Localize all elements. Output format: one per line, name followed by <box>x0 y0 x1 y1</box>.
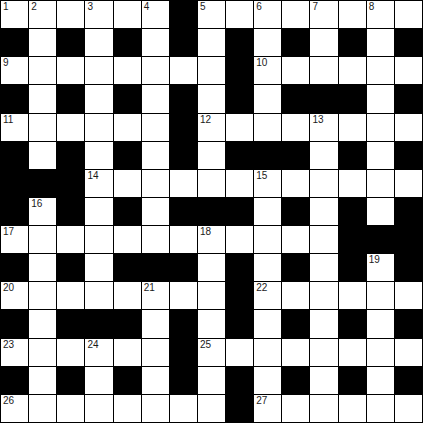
blocked-cell-r1c8 <box>226 29 253 56</box>
entry-cell-r2c9[interactable]: 10 <box>254 57 281 84</box>
entry-cell-r1c1[interactable] <box>29 29 56 56</box>
clue-number-27: 27 <box>256 395 267 407</box>
entry-cell-r4c8[interactable] <box>226 114 253 141</box>
clue-number-15: 15 <box>256 170 267 182</box>
blocked-cell-r7c14 <box>395 198 422 225</box>
entry-cell-r14c7[interactable] <box>198 395 225 422</box>
blocked-cell-r11c8 <box>226 310 253 337</box>
blocked-cell-r11c2 <box>57 310 84 337</box>
blocked-cell-r9c0 <box>1 254 28 281</box>
entry-cell-r11c1[interactable] <box>29 310 56 337</box>
entry-cell-r14c12[interactable] <box>339 395 366 422</box>
entry-cell-r7c11[interactable] <box>310 198 337 225</box>
entry-cell-r7c3[interactable] <box>85 198 112 225</box>
entry-cell-r0c2[interactable] <box>57 1 84 28</box>
blocked-cell-r1c10 <box>282 29 309 56</box>
blocked-cell-r1c4 <box>114 29 141 56</box>
entry-cell-r14c10[interactable] <box>282 395 309 422</box>
entry-cell-r8c4[interactable] <box>114 226 141 253</box>
blocked-cell-r13c8 <box>226 367 253 394</box>
blocked-cell-r3c0 <box>1 85 28 112</box>
entry-cell-r14c5[interactable] <box>142 395 169 422</box>
entry-cell-r6c11[interactable] <box>310 170 337 197</box>
entry-cell-r5c3[interactable] <box>85 142 112 169</box>
blocked-cell-r13c10 <box>282 367 309 394</box>
entry-cell-r12c12[interactable] <box>339 339 366 366</box>
blocked-cell-r9c5 <box>142 254 169 281</box>
entry-cell-r14c4[interactable] <box>114 395 141 422</box>
entry-cell-r4c1[interactable] <box>29 114 56 141</box>
entry-cell-r12c7[interactable]: 25 <box>198 339 225 366</box>
entry-cell-r0c10[interactable] <box>282 1 309 28</box>
entry-cell-r2c13[interactable] <box>367 57 394 84</box>
crossword-board: 1234567891011121314151617181920212223242… <box>0 0 423 423</box>
entry-cell-r12c0[interactable]: 23 <box>1 339 28 366</box>
entry-cell-r0c11[interactable]: 7 <box>310 1 337 28</box>
entry-cell-r6c9[interactable]: 15 <box>254 170 281 197</box>
entry-cell-r4c13[interactable] <box>367 114 394 141</box>
clue-number-1: 1 <box>3 1 9 13</box>
blocked-cell-r9c4 <box>114 254 141 281</box>
clue-number-9: 9 <box>3 57 9 69</box>
entry-cell-r4c4[interactable] <box>114 114 141 141</box>
entry-cell-r13c13[interactable] <box>367 367 394 394</box>
blocked-cell-r5c4 <box>114 142 141 169</box>
blocked-cell-r13c14 <box>395 367 422 394</box>
entry-cell-r0c13[interactable]: 8 <box>367 1 394 28</box>
entry-cell-r12c13[interactable] <box>367 339 394 366</box>
entry-cell-r1c11[interactable] <box>310 29 337 56</box>
blocked-cell-r13c12 <box>339 367 366 394</box>
clue-number-3: 3 <box>87 1 93 13</box>
entry-cell-r12c11[interactable] <box>310 339 337 366</box>
entry-cell-r8c10[interactable] <box>282 226 309 253</box>
entry-cell-r4c10[interactable] <box>282 114 309 141</box>
clue-number-11: 11 <box>3 114 13 126</box>
entry-cell-r14c0[interactable]: 26 <box>1 395 28 422</box>
clue-number-26: 26 <box>3 395 14 407</box>
entry-cell-r14c1[interactable] <box>29 395 56 422</box>
entry-cell-r14c13[interactable] <box>367 395 394 422</box>
blocked-cell-r3c8 <box>226 85 253 112</box>
entry-cell-r13c5[interactable] <box>142 367 169 394</box>
blocked-cell-r11c14 <box>395 310 422 337</box>
entry-cell-r12c1[interactable] <box>29 339 56 366</box>
entry-cell-r5c11[interactable] <box>310 142 337 169</box>
entry-cell-r3c9[interactable] <box>254 85 281 112</box>
clue-number-20: 20 <box>3 282 14 294</box>
entry-cell-r1c13[interactable] <box>367 29 394 56</box>
entry-cell-r8c1[interactable] <box>29 226 56 253</box>
entry-cell-r10c1[interactable] <box>29 282 56 309</box>
blocked-cell-r13c0 <box>1 367 28 394</box>
blocked-cell-r7c8 <box>226 198 253 225</box>
entry-cell-r3c13[interactable] <box>367 85 394 112</box>
entry-cell-r12c10[interactable] <box>282 339 309 366</box>
entry-cell-r6c7[interactable] <box>198 170 225 197</box>
clue-number-24: 24 <box>87 339 98 351</box>
entry-cell-r7c9[interactable] <box>254 198 281 225</box>
clue-number-8: 8 <box>369 1 375 13</box>
blocked-cell-r1c0 <box>1 29 28 56</box>
blocked-cell-r4c6 <box>170 114 197 141</box>
entry-cell-r3c1[interactable] <box>29 85 56 112</box>
entry-cell-r13c1[interactable] <box>29 367 56 394</box>
entry-cell-r13c11[interactable] <box>310 367 337 394</box>
clue-number-13: 13 <box>312 114 323 126</box>
entry-cell-r10c12[interactable] <box>339 282 366 309</box>
entry-cell-r8c11[interactable] <box>310 226 337 253</box>
entry-cell-r10c7[interactable] <box>198 282 225 309</box>
blocked-cell-r3c12 <box>339 85 366 112</box>
blocked-cell-r3c6 <box>170 85 197 112</box>
blocked-cell-r7c10 <box>282 198 309 225</box>
entry-cell-r8c8[interactable] <box>226 226 253 253</box>
blocked-cell-r9c8 <box>226 254 253 281</box>
entry-cell-r0c5[interactable]: 4 <box>142 1 169 28</box>
entry-cell-r11c11[interactable] <box>310 310 337 337</box>
entry-cell-r14c14[interactable] <box>395 395 422 422</box>
blocked-cell-r9c6 <box>170 254 197 281</box>
blocked-cell-r8c13 <box>367 226 394 253</box>
entry-cell-r7c13[interactable] <box>367 198 394 225</box>
entry-cell-r4c11[interactable]: 13 <box>310 114 337 141</box>
entry-cell-r4c7[interactable]: 12 <box>198 114 225 141</box>
entry-cell-r2c5[interactable] <box>142 57 169 84</box>
entry-cell-r11c5[interactable] <box>142 310 169 337</box>
entry-cell-r2c12[interactable] <box>339 57 366 84</box>
clue-number-7: 7 <box>312 1 318 13</box>
blocked-cell-r5c8 <box>226 142 253 169</box>
entry-cell-r11c13[interactable] <box>367 310 394 337</box>
entry-cell-r2c2[interactable] <box>57 57 84 84</box>
blocked-cell-r11c3 <box>85 310 112 337</box>
blocked-cell-r5c9 <box>254 142 281 169</box>
blocked-cell-r9c12 <box>339 254 366 281</box>
entry-cell-r1c9[interactable] <box>254 29 281 56</box>
blocked-cell-r11c6 <box>170 310 197 337</box>
entry-cell-r10c10[interactable] <box>282 282 309 309</box>
entry-cell-r10c2[interactable] <box>57 282 84 309</box>
blocked-cell-r7c4 <box>114 198 141 225</box>
entry-cell-r7c5[interactable] <box>142 198 169 225</box>
entry-cell-r5c7[interactable] <box>198 142 225 169</box>
clue-number-14: 14 <box>87 170 98 182</box>
clue-number-6: 6 <box>256 1 262 13</box>
blocked-cell-r5c2 <box>57 142 84 169</box>
entry-cell-r2c1[interactable] <box>29 57 56 84</box>
entry-cell-r9c1[interactable] <box>29 254 56 281</box>
entry-cell-r10c14[interactable] <box>395 282 422 309</box>
entry-cell-r2c0[interactable]: 9 <box>1 57 28 84</box>
blocked-cell-r6c2 <box>57 170 84 197</box>
blocked-cell-r13c6 <box>170 367 197 394</box>
clue-number-23: 23 <box>3 339 14 351</box>
entry-cell-r1c3[interactable] <box>85 29 112 56</box>
clue-number-16: 16 <box>31 198 42 210</box>
blocked-cell-r12c6 <box>170 339 197 366</box>
blocked-cell-r11c12 <box>339 310 366 337</box>
blocked-cell-r7c7 <box>198 198 225 225</box>
entry-cell-r9c11[interactable] <box>310 254 337 281</box>
entry-cell-r6c5[interactable] <box>142 170 169 197</box>
entry-cell-r14c3[interactable] <box>85 395 112 422</box>
entry-cell-r8c3[interactable] <box>85 226 112 253</box>
entry-cell-r9c9[interactable] <box>254 254 281 281</box>
entry-cell-r6c14[interactable] <box>395 170 422 197</box>
entry-cell-r6c12[interactable] <box>339 170 366 197</box>
blocked-cell-r10c8 <box>226 282 253 309</box>
clue-number-25: 25 <box>200 339 211 351</box>
entry-cell-r1c5[interactable] <box>142 29 169 56</box>
entry-cell-r6c13[interactable] <box>367 170 394 197</box>
entry-cell-r13c9[interactable] <box>254 367 281 394</box>
entry-cell-r0c8[interactable] <box>226 1 253 28</box>
entry-cell-r9c3[interactable] <box>85 254 112 281</box>
entry-cell-r0c12[interactable] <box>339 1 366 28</box>
entry-cell-r12c2[interactable] <box>57 339 84 366</box>
entry-cell-r2c6[interactable] <box>170 57 197 84</box>
entry-cell-r8c0[interactable]: 17 <box>1 226 28 253</box>
blocked-cell-r3c4 <box>114 85 141 112</box>
entry-cell-r4c0[interactable]: 11 <box>1 114 28 141</box>
blocked-cell-r7c12 <box>339 198 366 225</box>
entry-cell-r12c8[interactable] <box>226 339 253 366</box>
entry-cell-r3c7[interactable] <box>198 85 225 112</box>
blocked-cell-r6c1 <box>29 170 56 197</box>
entry-cell-r12c3[interactable]: 24 <box>85 339 112 366</box>
clue-number-18: 18 <box>200 226 211 238</box>
entry-cell-r3c3[interactable] <box>85 85 112 112</box>
entry-cell-r0c3[interactable]: 3 <box>85 1 112 28</box>
entry-cell-r10c13[interactable] <box>367 282 394 309</box>
entry-cell-r2c11[interactable] <box>310 57 337 84</box>
clue-number-22: 22 <box>256 282 267 294</box>
clue-number-5: 5 <box>200 1 206 13</box>
blocked-cell-r13c4 <box>114 367 141 394</box>
blocked-cell-r11c4 <box>114 310 141 337</box>
entry-cell-r0c1[interactable]: 2 <box>29 1 56 28</box>
clue-number-17: 17 <box>3 226 14 238</box>
entry-cell-r4c3[interactable] <box>85 114 112 141</box>
blocked-cell-r1c6 <box>170 29 197 56</box>
entry-cell-r0c0[interactable]: 1 <box>1 1 28 28</box>
blocked-cell-r5c10 <box>282 142 309 169</box>
entry-cell-r14c9[interactable]: 27 <box>254 395 281 422</box>
entry-cell-r10c0[interactable]: 20 <box>1 282 28 309</box>
blocked-cell-r1c14 <box>395 29 422 56</box>
blocked-cell-r6c0 <box>1 170 28 197</box>
entry-cell-r10c4[interactable] <box>114 282 141 309</box>
entry-cell-r5c13[interactable] <box>367 142 394 169</box>
entry-cell-r5c1[interactable] <box>29 142 56 169</box>
entry-cell-r8c6[interactable] <box>170 226 197 253</box>
entry-cell-r2c10[interactable] <box>282 57 309 84</box>
blocked-cell-r3c10 <box>282 85 309 112</box>
entry-cell-r4c14[interactable] <box>395 114 422 141</box>
blocked-cell-r3c11 <box>310 85 337 112</box>
entry-cell-r2c3[interactable] <box>85 57 112 84</box>
entry-cell-r10c9[interactable]: 22 <box>254 282 281 309</box>
blocked-cell-r9c14 <box>395 254 422 281</box>
entry-cell-r12c4[interactable] <box>114 339 141 366</box>
entry-cell-r9c13[interactable]: 19 <box>367 254 394 281</box>
entry-cell-r0c9[interactable]: 6 <box>254 1 281 28</box>
entry-cell-r13c7[interactable] <box>198 367 225 394</box>
blocked-cell-r2c8 <box>226 57 253 84</box>
blocked-cell-r1c12 <box>339 29 366 56</box>
entry-cell-r10c5[interactable]: 21 <box>142 282 169 309</box>
entry-cell-r8c2[interactable] <box>57 226 84 253</box>
entry-cell-r10c3[interactable] <box>85 282 112 309</box>
entry-cell-r0c14[interactable] <box>395 1 422 28</box>
blocked-cell-r11c0 <box>1 310 28 337</box>
entry-cell-r2c4[interactable] <box>114 57 141 84</box>
entry-cell-r12c5[interactable] <box>142 339 169 366</box>
entry-cell-r4c12[interactable] <box>339 114 366 141</box>
blocked-cell-r13c2 <box>57 367 84 394</box>
blocked-cell-r9c10 <box>282 254 309 281</box>
clue-number-21: 21 <box>144 282 155 294</box>
clue-number-12: 12 <box>200 114 211 126</box>
blocked-cell-r5c12 <box>339 142 366 169</box>
entry-cell-r1c7[interactable] <box>198 29 225 56</box>
entry-cell-r14c11[interactable] <box>310 395 337 422</box>
entry-cell-r2c7[interactable] <box>198 57 225 84</box>
entry-cell-r7c1[interactable]: 16 <box>29 198 56 225</box>
entry-cell-r13c3[interactable] <box>85 367 112 394</box>
entry-cell-r11c7[interactable] <box>198 310 225 337</box>
blocked-cell-r5c6 <box>170 142 197 169</box>
entry-cell-r8c5[interactable] <box>142 226 169 253</box>
entry-cell-r6c4[interactable] <box>114 170 141 197</box>
blocked-cell-r9c2 <box>57 254 84 281</box>
entry-cell-r5c5[interactable] <box>142 142 169 169</box>
entry-cell-r6c6[interactable] <box>170 170 197 197</box>
blocked-cell-r8c12 <box>339 226 366 253</box>
blocked-cell-r7c6 <box>170 198 197 225</box>
clue-number-2: 2 <box>31 1 37 13</box>
blocked-cell-r11c10 <box>282 310 309 337</box>
entry-cell-r4c9[interactable] <box>254 114 281 141</box>
entry-cell-r10c6[interactable] <box>170 282 197 309</box>
entry-cell-r14c2[interactable] <box>57 395 84 422</box>
blocked-cell-r7c2 <box>57 198 84 225</box>
entry-cell-r10c11[interactable] <box>310 282 337 309</box>
entry-cell-r0c7[interactable]: 5 <box>198 1 225 28</box>
blocked-cell-r7c0 <box>1 198 28 225</box>
blocked-cell-r14c8 <box>226 395 253 422</box>
blocked-cell-r1c2 <box>57 29 84 56</box>
clue-number-19: 19 <box>369 254 380 266</box>
entry-cell-r6c3[interactable]: 14 <box>85 170 112 197</box>
blocked-cell-r0c6 <box>170 1 197 28</box>
clue-number-4: 4 <box>144 1 150 13</box>
entry-cell-r2c14[interactable] <box>395 57 422 84</box>
entry-cell-r8c9[interactable] <box>254 226 281 253</box>
blocked-cell-r8c14 <box>395 226 422 253</box>
entry-cell-r11c9[interactable] <box>254 310 281 337</box>
blocked-cell-r5c0 <box>1 142 28 169</box>
clue-number-10: 10 <box>256 57 267 69</box>
entry-cell-r14c6[interactable] <box>170 395 197 422</box>
blocked-cell-r3c14 <box>395 85 422 112</box>
entry-cell-r4c2[interactable] <box>57 114 84 141</box>
entry-cell-r4c5[interactable] <box>142 114 169 141</box>
entry-cell-r3c5[interactable] <box>142 85 169 112</box>
blocked-cell-r5c14 <box>395 142 422 169</box>
entry-cell-r12c9[interactable] <box>254 339 281 366</box>
entry-cell-r6c8[interactable] <box>226 170 253 197</box>
entry-cell-r6c10[interactable] <box>282 170 309 197</box>
entry-cell-r8c7[interactable]: 18 <box>198 226 225 253</box>
entry-cell-r12c14[interactable] <box>395 339 422 366</box>
entry-cell-r0c4[interactable] <box>114 1 141 28</box>
entry-cell-r9c7[interactable] <box>198 254 225 281</box>
blocked-cell-r3c2 <box>57 85 84 112</box>
